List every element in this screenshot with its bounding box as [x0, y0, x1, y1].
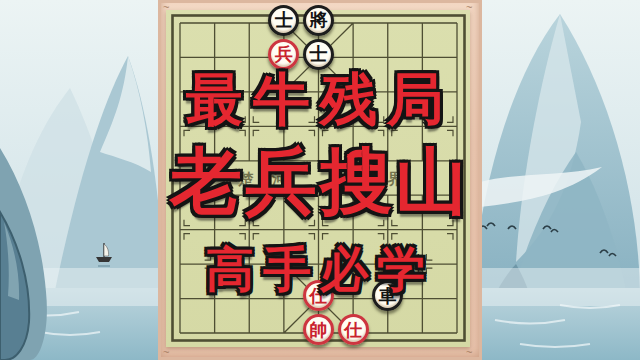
- title-line-1: 最牛残局: [150, 62, 490, 139]
- piece-glyph: 將: [310, 11, 328, 29]
- title-line-2: 老兵搜山: [150, 134, 490, 230]
- title-line-3: 高手必学: [150, 238, 490, 302]
- piece-glyph: 士: [275, 11, 293, 29]
- piece-red-advisor[interactable]: 仕: [338, 314, 369, 345]
- piece-black-advisor[interactable]: 士: [268, 5, 299, 36]
- piece-black-general[interactable]: 將: [303, 5, 334, 36]
- piece-glyph: 兵: [275, 45, 293, 63]
- piece-glyph: 仕: [344, 320, 362, 338]
- video-frame: ~ ~ ~ ~ 楚 河 漢 界 士將兵士車仕車帥仕 最牛残局 老兵搜山 高手必学: [0, 0, 640, 360]
- piece-glyph: 帥: [310, 320, 328, 338]
- piece-glyph: 士: [310, 45, 328, 63]
